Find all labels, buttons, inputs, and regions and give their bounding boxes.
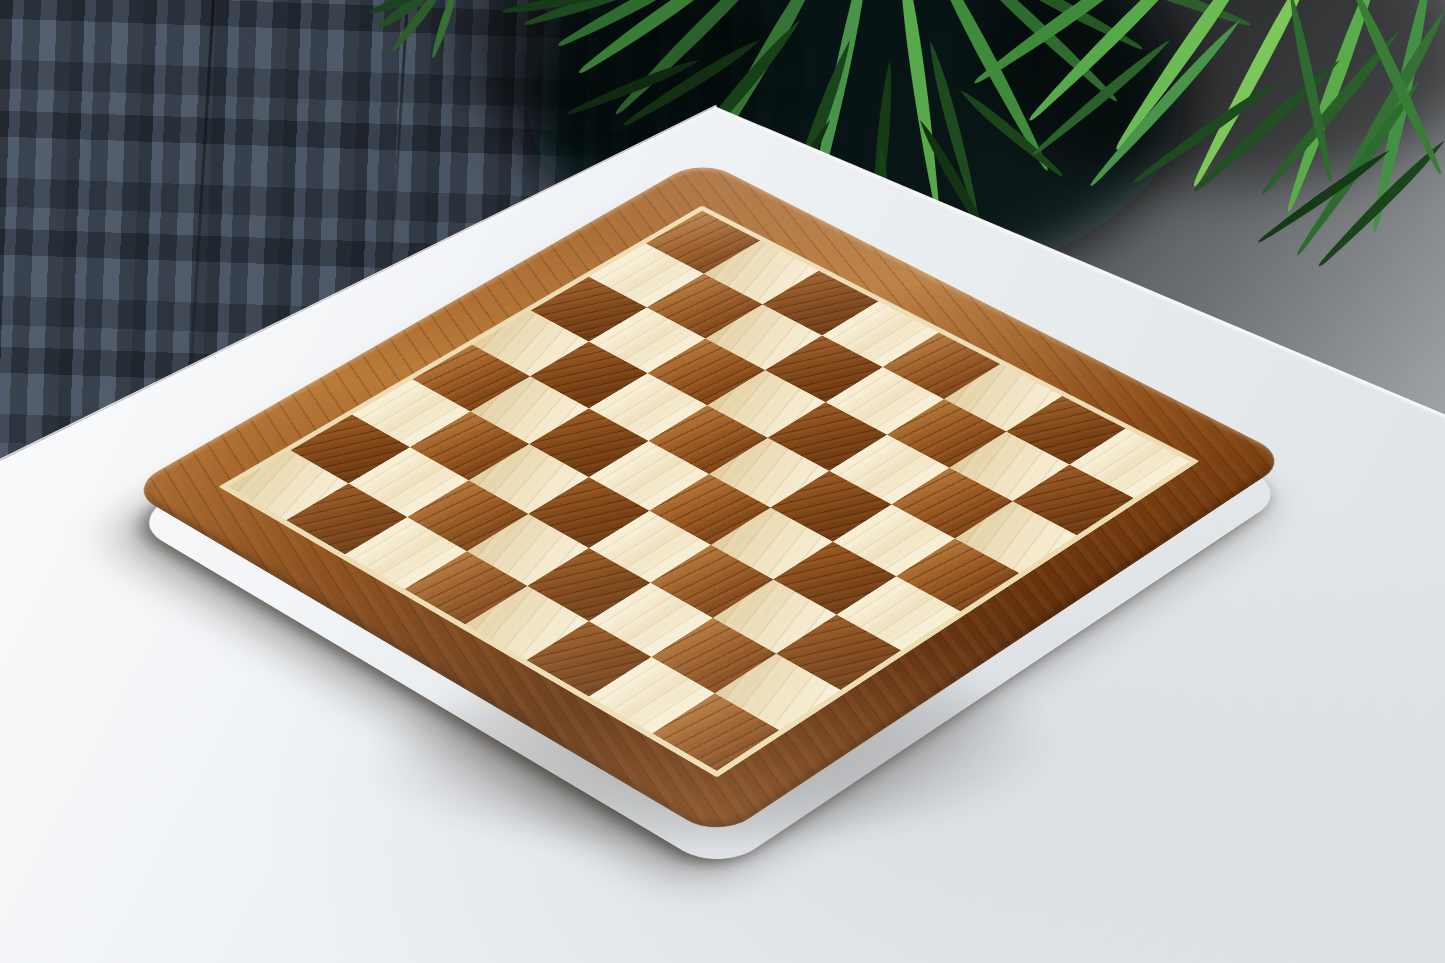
photo-stage: [0, 0, 1445, 963]
palm-leaves-left: [368, 0, 459, 59]
